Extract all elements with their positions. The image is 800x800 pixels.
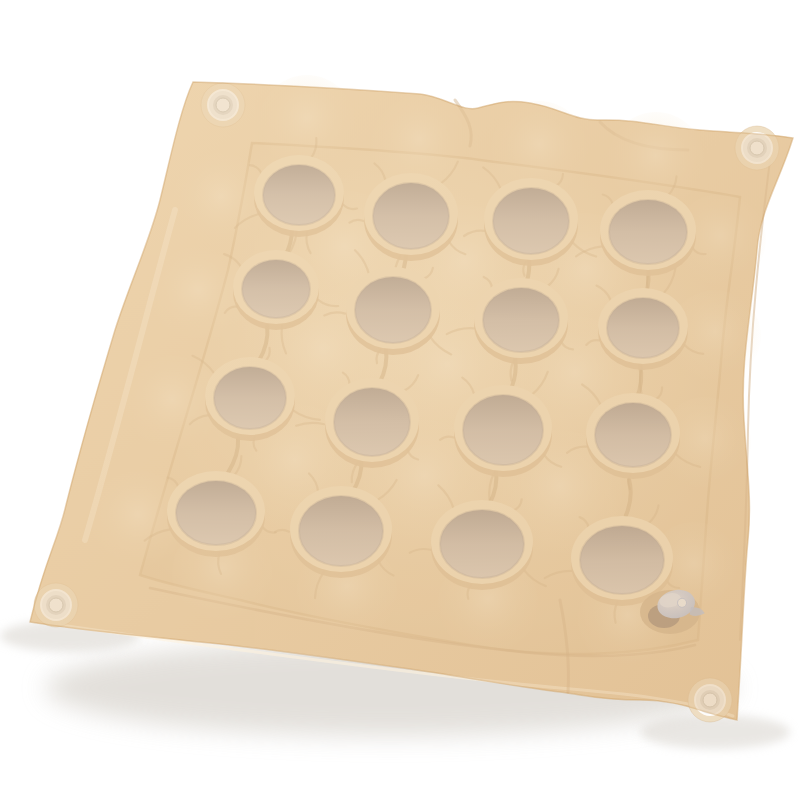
air-cushion-photo <box>0 0 800 800</box>
cushion-edge <box>30 82 793 720</box>
product-photo <box>0 0 800 800</box>
cushion-body <box>30 75 793 722</box>
